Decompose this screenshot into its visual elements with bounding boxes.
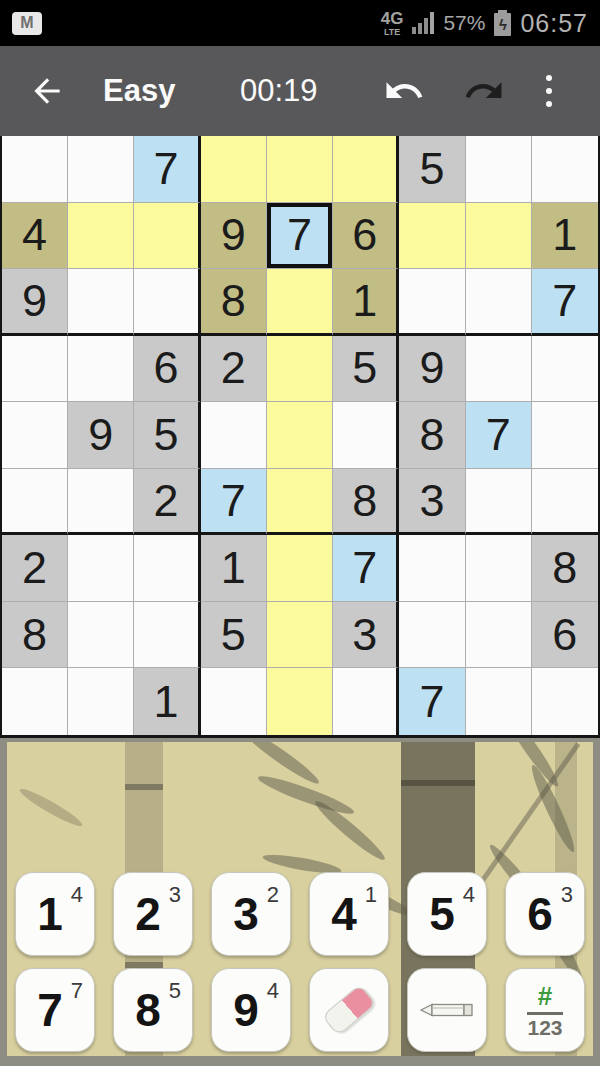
- cell-r9c6[interactable]: [333, 668, 399, 735]
- cell-r2c8[interactable]: [466, 203, 532, 270]
- cell-r4c3[interactable]: 6: [134, 336, 200, 403]
- cell-r4c8[interactable]: [466, 336, 532, 403]
- digit-button-7[interactable]: 77: [15, 968, 95, 1052]
- pencil-icon: [420, 1002, 474, 1018]
- cell-r2c5[interactable]: 7: [267, 203, 333, 270]
- cell-r7c4[interactable]: 1: [201, 535, 267, 602]
- cell-r4c6[interactable]: 5: [333, 336, 399, 403]
- digit-label: 7: [37, 983, 63, 1037]
- cell-r5c7[interactable]: 8: [399, 402, 465, 469]
- number-mode-button[interactable]: #123: [505, 968, 585, 1052]
- eraser-button[interactable]: [309, 968, 389, 1052]
- cell-r7c1[interactable]: 2: [2, 535, 68, 602]
- sudoku-board: 754976198176259958727832178853617: [0, 136, 600, 738]
- cell-r1c7[interactable]: 5: [399, 136, 465, 203]
- digit-button-3[interactable]: 32: [211, 872, 291, 956]
- digit-count: 3: [561, 882, 573, 908]
- digit-count: 7: [71, 978, 83, 1004]
- cell-r3c4[interactable]: 8: [201, 269, 267, 336]
- digit-button-8[interactable]: 85: [113, 968, 193, 1052]
- cell-r8c5[interactable]: [267, 602, 333, 669]
- digit-count: 3: [169, 882, 181, 908]
- cell-r8c3[interactable]: [134, 602, 200, 669]
- pencil-button[interactable]: [407, 968, 487, 1052]
- digit-label: 5: [429, 887, 455, 941]
- digit-label: 9: [233, 983, 259, 1037]
- cell-r7c5[interactable]: [267, 535, 333, 602]
- cell-r8c2[interactable]: [68, 602, 134, 669]
- cell-r1c5[interactable]: [267, 136, 333, 203]
- cell-r3c7[interactable]: [399, 269, 465, 336]
- cell-r5c2[interactable]: 9: [68, 402, 134, 469]
- digit-button-9[interactable]: 94: [211, 968, 291, 1052]
- battery-percent: 57%: [443, 11, 485, 35]
- digit-label: 8: [135, 983, 161, 1037]
- number-mode-icon: #123: [527, 983, 563, 1038]
- cell-r2c9[interactable]: 1: [532, 203, 598, 270]
- cell-r6c1[interactable]: [2, 469, 68, 536]
- battery-charging-icon: ϟ: [494, 10, 511, 36]
- digit-label: 6: [527, 887, 553, 941]
- back-button[interactable]: [28, 46, 66, 136]
- cell-r5c9[interactable]: [532, 402, 598, 469]
- digit-count: 1: [365, 882, 377, 908]
- cell-r9c2[interactable]: [68, 668, 134, 735]
- status-bar: M 4G LTE 57% ϟ 06:57: [0, 0, 600, 46]
- signal-strength-icon: [412, 12, 434, 34]
- status-indicators: 4G LTE 57% ϟ 06:57: [381, 9, 588, 38]
- bamboo-wallpaper: 142332415463 778594#123: [7, 742, 593, 1056]
- cell-r7c7[interactable]: [399, 535, 465, 602]
- input-panel: 142332415463 778594#123: [0, 738, 600, 1066]
- digit-button-5[interactable]: 54: [407, 872, 487, 956]
- cell-r9c7[interactable]: 7: [399, 668, 465, 735]
- digit-label: 1: [37, 887, 63, 941]
- cell-r2c4[interactable]: 9: [201, 203, 267, 270]
- cell-r2c2[interactable]: [68, 203, 134, 270]
- cell-r2c7[interactable]: [399, 203, 465, 270]
- cell-r7c9[interactable]: 8: [532, 535, 598, 602]
- digit-count: 4: [71, 882, 83, 908]
- cell-r7c6[interactable]: 7: [333, 535, 399, 602]
- cell-r9c5[interactable]: [267, 668, 333, 735]
- cell-r3c9[interactable]: 7: [532, 269, 598, 336]
- cell-r4c1[interactable]: [2, 336, 68, 403]
- cell-r2c6[interactable]: 6: [333, 203, 399, 270]
- cell-r7c2[interactable]: [68, 535, 134, 602]
- cell-r8c8[interactable]: [466, 602, 532, 669]
- cell-r8c6[interactable]: 3: [333, 602, 399, 669]
- status-clock: 06:57: [520, 9, 588, 38]
- cell-r6c6[interactable]: 8: [333, 469, 399, 536]
- overflow-menu-button[interactable]: [546, 46, 552, 136]
- digit-label: 2: [135, 887, 161, 941]
- cell-r9c1[interactable]: [2, 668, 68, 735]
- gmail-notification-icon: M: [12, 12, 42, 35]
- sudoku-app-screen: M 4G LTE 57% ϟ 06:57 Easy 00:19: [0, 0, 600, 1066]
- cell-r3c5[interactable]: [267, 269, 333, 336]
- cell-r1c3[interactable]: 7: [134, 136, 200, 203]
- digit-count: 4: [267, 978, 279, 1004]
- keypad-row-2: 778594#123: [15, 968, 585, 1052]
- cell-r3c3[interactable]: [134, 269, 200, 336]
- network-4g-lte-icon: 4G LTE: [381, 10, 404, 37]
- network-subtype: LTE: [384, 28, 400, 37]
- cell-r4c7[interactable]: 9: [399, 336, 465, 403]
- cell-r3c1[interactable]: 9: [2, 269, 68, 336]
- cell-r1c6[interactable]: [333, 136, 399, 203]
- cell-r8c1[interactable]: 8: [2, 602, 68, 669]
- cell-r5c6[interactable]: [333, 402, 399, 469]
- cell-r4c5[interactable]: [267, 336, 333, 403]
- cell-r4c4[interactable]: 2: [201, 336, 267, 403]
- digit-count: 2: [267, 882, 279, 908]
- difficulty-title: Easy: [103, 46, 175, 136]
- cell-r3c8[interactable]: [466, 269, 532, 336]
- cell-r9c4[interactable]: [201, 668, 267, 735]
- redo-icon: [463, 70, 505, 112]
- digit-button-2[interactable]: 23: [113, 872, 193, 956]
- cell-r1c4[interactable]: [201, 136, 267, 203]
- cell-r8c7[interactable]: [399, 602, 465, 669]
- cell-r6c4[interactable]: 7: [201, 469, 267, 536]
- cell-r6c9[interactable]: [532, 469, 598, 536]
- app-toolbar: Easy 00:19: [0, 46, 600, 136]
- digit-button-4[interactable]: 41: [309, 872, 389, 956]
- cell-r7c8[interactable]: [466, 535, 532, 602]
- digit-label: 3: [233, 887, 259, 941]
- cell-r5c8[interactable]: 7: [466, 402, 532, 469]
- cell-r5c5[interactable]: [267, 402, 333, 469]
- redo-button[interactable]: [463, 46, 505, 136]
- cell-r9c9[interactable]: [532, 668, 598, 735]
- cell-r1c2[interactable]: [68, 136, 134, 203]
- cell-r8c9[interactable]: 6: [532, 602, 598, 669]
- cell-r8c4[interactable]: 5: [201, 602, 267, 669]
- network-type: 4G: [381, 10, 404, 27]
- cell-r4c2[interactable]: [68, 336, 134, 403]
- game-timer: 00:19: [240, 46, 318, 136]
- cell-r5c4[interactable]: [201, 402, 267, 469]
- digit-button-6[interactable]: 63: [505, 872, 585, 956]
- back-arrow-icon: [28, 72, 66, 110]
- digit-button-1[interactable]: 14: [15, 872, 95, 956]
- cell-r1c1[interactable]: [2, 136, 68, 203]
- cell-r6c3[interactable]: 2: [134, 469, 200, 536]
- cell-r1c8[interactable]: [466, 136, 532, 203]
- cell-r6c8[interactable]: [466, 469, 532, 536]
- cell-r5c1[interactable]: [2, 402, 68, 469]
- cell-r5c3[interactable]: 5: [134, 402, 200, 469]
- keypad-row-1: 142332415463: [15, 872, 585, 956]
- undo-button[interactable]: [383, 46, 425, 136]
- cell-r9c8[interactable]: [466, 668, 532, 735]
- cell-r2c1[interactable]: 4: [2, 203, 68, 270]
- eraser-icon: [321, 984, 376, 1036]
- cell-r3c6[interactable]: 1: [333, 269, 399, 336]
- cell-r6c5[interactable]: [267, 469, 333, 536]
- cell-r9c3[interactable]: 1: [134, 668, 200, 735]
- undo-icon: [383, 70, 425, 112]
- digit-count: 5: [169, 978, 181, 1004]
- cell-r7c3[interactable]: [134, 535, 200, 602]
- cell-r4c9[interactable]: [532, 336, 598, 403]
- cell-r1c9[interactable]: [532, 136, 598, 203]
- cell-r6c2[interactable]: [68, 469, 134, 536]
- digit-count: 4: [463, 882, 475, 908]
- cell-r3c2[interactable]: [68, 269, 134, 336]
- cell-r2c3[interactable]: [134, 203, 200, 270]
- cell-r6c7[interactable]: 3: [399, 469, 465, 536]
- digit-label: 4: [331, 887, 357, 941]
